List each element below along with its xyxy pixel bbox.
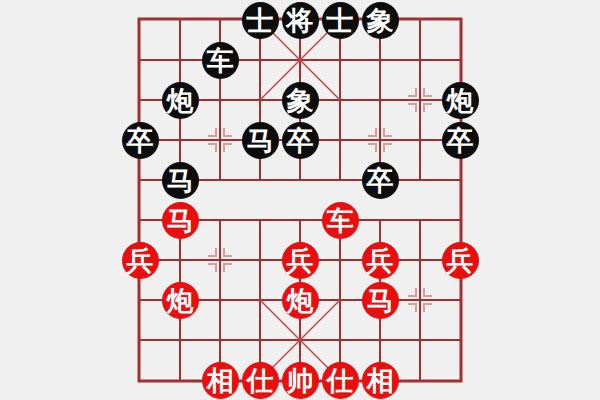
xiangqi-board: 士将士象车炮象炮卒马卒卒马卒马车兵兵兵兵炮炮马相仕帅仕相: [120, 0, 480, 400]
board-point-c1-r5: 马: [160, 200, 200, 240]
board-point-c6-r5: [360, 200, 400, 240]
board-point-c4-r0: 将: [280, 0, 320, 40]
piece-black-chariot[interactable]: 车: [202, 42, 239, 79]
piece-black-soldier[interactable]: 卒: [442, 122, 479, 159]
board-point-c1-r4: 马: [160, 160, 200, 200]
board-point-c1-r0: [160, 0, 200, 40]
board-point-c3-r8: [240, 320, 280, 360]
piece-black-horse[interactable]: 马: [242, 122, 279, 159]
board-point-c0-r0: [120, 0, 160, 40]
piece-black-advisor[interactable]: 士: [242, 2, 279, 39]
piece-red-general[interactable]: 帅: [282, 362, 319, 399]
piece-black-cannon[interactable]: 炮: [162, 82, 199, 119]
board-point-c8-r0: [440, 0, 480, 40]
board-point-c7-r3: [400, 120, 440, 160]
board-point-c2-r4: [200, 160, 240, 200]
board-point-c5-r4: [320, 160, 360, 200]
board-point-c0-r2: [120, 80, 160, 120]
board-point-c6-r3: [360, 120, 400, 160]
board-point-c7-r4: [400, 160, 440, 200]
board-point-c3-r4: [240, 160, 280, 200]
board-point-c1-r2: 炮: [160, 80, 200, 120]
board-point-c2-r5: [200, 200, 240, 240]
xiangqi-board-screen: 士将士象车炮象炮卒马卒卒马卒马车兵兵兵兵炮炮马相仕帅仕相: [0, 0, 600, 400]
board-point-c3-r5: [240, 200, 280, 240]
piece-black-elephant[interactable]: 象: [362, 2, 399, 39]
piece-red-horse[interactable]: 马: [362, 282, 399, 319]
board-point-c4-r7: 炮: [280, 280, 320, 320]
board-point-c0-r6: 兵: [120, 240, 160, 280]
board-point-c4-r5: [280, 200, 320, 240]
board-point-c4-r9: 帅: [280, 360, 320, 400]
board-point-c3-r7: [240, 280, 280, 320]
board-point-c5-r8: [320, 320, 360, 360]
board-point-c7-r7: [400, 280, 440, 320]
piece-black-soldier[interactable]: 卒: [122, 122, 159, 159]
board-point-c7-r1: [400, 40, 440, 80]
board-point-c7-r6: [400, 240, 440, 280]
piece-black-soldier[interactable]: 卒: [282, 122, 319, 159]
board-point-c8-r6: 兵: [440, 240, 480, 280]
board-point-c5-r0: 士: [320, 0, 360, 40]
board-point-c2-r0: [200, 0, 240, 40]
board-point-c3-r6: [240, 240, 280, 280]
board-point-c7-r2: [400, 80, 440, 120]
board-point-c6-r6: 兵: [360, 240, 400, 280]
board-point-c5-r7: [320, 280, 360, 320]
board-point-c6-r2: [360, 80, 400, 120]
board-point-c1-r7: 炮: [160, 280, 200, 320]
board-point-c6-r4: 卒: [360, 160, 400, 200]
board-point-c0-r8: [120, 320, 160, 360]
piece-red-horse[interactable]: 马: [162, 202, 199, 239]
piece-red-cannon[interactable]: 炮: [282, 282, 319, 319]
board-point-c0-r4: [120, 160, 160, 200]
board-point-c0-r5: [120, 200, 160, 240]
piece-black-advisor[interactable]: 士: [322, 2, 359, 39]
board-point-c6-r0: 象: [360, 0, 400, 40]
board-point-c1-r9: [160, 360, 200, 400]
board-point-c1-r8: [160, 320, 200, 360]
board-point-c0-r1: [120, 40, 160, 80]
board-point-c6-r1: [360, 40, 400, 80]
piece-black-horse[interactable]: 马: [162, 162, 199, 199]
piece-red-elephant[interactable]: 相: [362, 362, 399, 399]
board-point-c2-r8: [200, 320, 240, 360]
board-point-c5-r9: 仕: [320, 360, 360, 400]
board-point-c2-r7: [200, 280, 240, 320]
board-point-c4-r8: [280, 320, 320, 360]
board-point-c3-r0: 士: [240, 0, 280, 40]
board-point-c2-r2: [200, 80, 240, 120]
board-point-c7-r8: [400, 320, 440, 360]
board-point-c5-r2: [320, 80, 360, 120]
piece-black-cannon[interactable]: 炮: [442, 82, 479, 119]
piece-red-cannon[interactable]: 炮: [162, 282, 199, 319]
board-point-c6-r7: 马: [360, 280, 400, 320]
board-point-c0-r3: 卒: [120, 120, 160, 160]
piece-black-soldier[interactable]: 卒: [362, 162, 399, 199]
board-point-c7-r0: [400, 0, 440, 40]
piece-black-general[interactable]: 将: [282, 2, 319, 39]
board-point-c7-r9: [400, 360, 440, 400]
board-point-c2-r1: 车: [200, 40, 240, 80]
board-point-c8-r8: [440, 320, 480, 360]
board-point-c5-r6: [320, 240, 360, 280]
board-point-c8-r5: [440, 200, 480, 240]
board-point-c3-r1: [240, 40, 280, 80]
board-point-c4-r6: 兵: [280, 240, 320, 280]
board-point-c6-r9: 相: [360, 360, 400, 400]
piece-red-advisor[interactable]: 仕: [322, 362, 359, 399]
board-point-c8-r7: [440, 280, 480, 320]
piece-red-soldier[interactable]: 兵: [442, 242, 479, 279]
piece-red-elephant[interactable]: 相: [202, 362, 239, 399]
board-point-c3-r3: 马: [240, 120, 280, 160]
piece-red-chariot[interactable]: 车: [322, 202, 359, 239]
board-point-c5-r5: 车: [320, 200, 360, 240]
board-point-c5-r3: [320, 120, 360, 160]
board-point-c7-r5: [400, 200, 440, 240]
piece-red-soldier[interactable]: 兵: [282, 242, 319, 279]
board-point-c1-r3: [160, 120, 200, 160]
piece-red-soldier[interactable]: 兵: [122, 242, 159, 279]
board-point-c4-r4: [280, 160, 320, 200]
piece-red-advisor[interactable]: 仕: [242, 362, 279, 399]
board-point-c3-r2: [240, 80, 280, 120]
board-point-c1-r1: [160, 40, 200, 80]
board-point-c2-r9: 相: [200, 360, 240, 400]
board-point-c3-r9: 仕: [240, 360, 280, 400]
piece-red-soldier[interactable]: 兵: [362, 242, 399, 279]
board-point-c2-r3: [200, 120, 240, 160]
board-point-c8-r3: 卒: [440, 120, 480, 160]
board-point-c4-r3: 卒: [280, 120, 320, 160]
board-point-c0-r9: [120, 360, 160, 400]
board-point-c2-r6: [200, 240, 240, 280]
board-point-c0-r7: [120, 280, 160, 320]
board-point-c1-r6: [160, 240, 200, 280]
board-point-c8-r4: [440, 160, 480, 200]
piece-black-elephant[interactable]: 象: [282, 82, 319, 119]
board-point-c4-r2: 象: [280, 80, 320, 120]
board-point-c8-r9: [440, 360, 480, 400]
board-point-c4-r1: [280, 40, 320, 80]
board-point-c8-r1: [440, 40, 480, 80]
board-point-c8-r2: 炮: [440, 80, 480, 120]
board-point-c5-r1: [320, 40, 360, 80]
board-point-c6-r8: [360, 320, 400, 360]
